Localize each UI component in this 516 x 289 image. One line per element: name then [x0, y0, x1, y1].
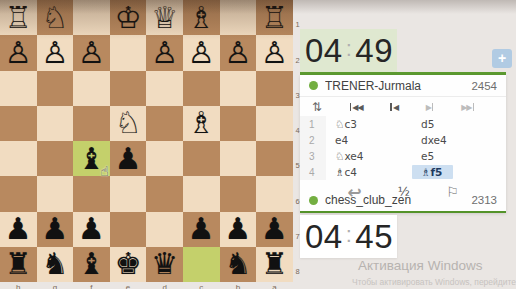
online-indicator: [309, 81, 318, 90]
move-black-2[interactable]: dxe4: [412, 134, 506, 146]
square-e8[interactable]: ♚: [110, 247, 147, 282]
piece-wP-g2[interactable]: ♙: [41, 38, 68, 68]
move-number: 1: [300, 116, 326, 132]
piece-bP-g7[interactable]: ♟: [41, 214, 68, 244]
square-e7[interactable]: [110, 212, 147, 247]
square-e1[interactable]: ♔: [110, 0, 147, 35]
bottom-player-name[interactable]: chess_club_zen: [325, 193, 471, 207]
bottom-player-rating: 2313: [471, 194, 497, 206]
piece-bP-b7[interactable]: ♟: [224, 214, 251, 244]
piece-bN-g8[interactable]: ♞: [41, 249, 68, 279]
move-black-4[interactable]: ♗f5: [412, 165, 453, 179]
clock-top-player: 04:49: [300, 29, 397, 72]
square-d2[interactable]: ♙: [146, 35, 183, 70]
square-c7[interactable]: ♟: [183, 212, 220, 247]
square-a7[interactable]: ♟: [256, 212, 293, 247]
square-f4[interactable]: [73, 106, 110, 141]
piece-bB-f8[interactable]: ♝: [78, 249, 105, 279]
top-player-name[interactable]: TRENER-Jurmala: [325, 79, 471, 93]
square-h2[interactable]: ♙: [0, 35, 37, 70]
add-time-button[interactable]: +: [492, 49, 512, 68]
piece-bR-a8[interactable]: ♜: [261, 249, 288, 279]
square-f7[interactable]: ♟: [73, 212, 110, 247]
piece-wR-a1[interactable]: ♖: [261, 3, 288, 33]
file-labels: hgfedcba: [0, 283, 293, 289]
piece-wP-c2[interactable]: ♙: [188, 38, 215, 68]
piece-wP-d2[interactable]: ♙: [151, 38, 178, 68]
file-label-h: h: [0, 283, 37, 289]
square-a8[interactable]: ♜: [256, 247, 293, 282]
square-g5[interactable]: [37, 141, 74, 176]
piece-bR-h8[interactable]: ♜: [5, 249, 32, 279]
bottom-player-row: chess_club_zen 2313: [300, 189, 506, 211]
square-h3[interactable]: [0, 71, 37, 106]
square-g8[interactable]: ♞: [37, 247, 74, 282]
piece-wK-e1[interactable]: ♔: [115, 3, 142, 33]
top-player-row: TRENER-Jurmala 2454: [300, 75, 506, 97]
square-d7[interactable]: [146, 212, 183, 247]
move-row-1: 1♘c3d5: [300, 116, 506, 132]
square-f6[interactable]: [73, 176, 110, 211]
square-e4[interactable]: ♘: [110, 106, 147, 141]
online-indicator: [309, 196, 318, 205]
square-f1[interactable]: [73, 0, 110, 35]
square-d3[interactable]: [146, 71, 183, 106]
move-row-2: 2e4dxe4: [300, 132, 506, 148]
piece-bN-b8[interactable]: ♞: [224, 249, 251, 279]
square-d4[interactable]: [146, 106, 183, 141]
square-b5[interactable]: [220, 141, 257, 176]
chess-app-window: ♖♘♔♕♗♖♙♙♙♙♙♙♙♘♗♝☝♟♟♟♟♟♟♟♜♞♝♚♛♞♜ 12345678…: [0, 0, 516, 289]
file-label-f: f: [73, 283, 110, 289]
move-black-3[interactable]: e5: [412, 150, 506, 162]
square-g7[interactable]: ♟: [37, 212, 74, 247]
piece-wB-c4[interactable]: ♗: [188, 108, 215, 138]
piece-wQ-d1[interactable]: ♕: [151, 3, 178, 33]
file-label-c: c: [183, 283, 220, 289]
piece-bP-f7[interactable]: ♟: [78, 214, 105, 244]
square-h5[interactable]: [0, 141, 37, 176]
next-move-icon[interactable]: ▶: [426, 103, 434, 112]
square-e6[interactable]: [110, 176, 147, 211]
file-label-d: d: [146, 283, 183, 289]
square-b1[interactable]: [220, 0, 257, 35]
piece-wP-h2[interactable]: ♙: [5, 38, 32, 68]
square-g3[interactable]: [37, 71, 74, 106]
piece-wP-a2[interactable]: ♙: [261, 38, 288, 68]
piece-bP-a7[interactable]: ♟: [261, 214, 288, 244]
piece-bP-e5[interactable]: ♟: [115, 144, 142, 174]
move-white-2[interactable]: e4: [326, 134, 412, 146]
square-g4[interactable]: [37, 106, 74, 141]
square-g6[interactable]: [37, 176, 74, 211]
first-move-icon[interactable]: ◀◀: [350, 103, 363, 112]
board-grid: ♖♘♔♕♗♖♙♙♙♙♙♙♙♘♗♝☝♟♟♟♟♟♟♟♜♞♝♚♛♞♜: [0, 0, 293, 282]
square-h1[interactable]: ♖: [0, 0, 37, 35]
square-c4[interactable]: ♗: [183, 106, 220, 141]
piece-wN-e4[interactable]: ♘: [115, 108, 142, 138]
file-label-a: a: [256, 283, 293, 289]
square-c8[interactable]: [183, 247, 220, 282]
piece-wP-b2[interactable]: ♙: [224, 38, 251, 68]
chess-board: ♖♘♔♕♗♖♙♙♙♙♙♙♙♘♗♝☝♟♟♟♟♟♟♟♜♞♝♚♛♞♜ 12345678…: [0, 0, 300, 289]
piece-bP-h7[interactable]: ♟: [5, 214, 32, 244]
piece-bK-e8[interactable]: ♚: [115, 249, 142, 279]
piece-wP-f2[interactable]: ♙: [78, 38, 105, 68]
piece-wN-g1[interactable]: ♘: [41, 3, 68, 33]
piece-bQ-d8[interactable]: ♛: [151, 249, 178, 279]
square-b6[interactable]: [220, 176, 257, 211]
square-a3[interactable]: [256, 71, 293, 106]
piece-bP-c7[interactable]: ♟: [188, 214, 215, 244]
file-label-g: g: [37, 283, 74, 289]
previous-move-icon[interactable]: ◀: [390, 103, 398, 112]
square-a1[interactable]: ♖: [256, 0, 293, 35]
square-g1[interactable]: ♘: [37, 0, 74, 35]
square-f3[interactable]: [73, 71, 110, 106]
move-row-3: 3♘xe4e5: [300, 148, 506, 164]
square-b3[interactable]: [220, 71, 257, 106]
game-panel: TRENER-Jurmala 2454 ⇅ ◀◀ ◀ ▶ ▶▶ 1♘c3d52e…: [300, 75, 506, 213]
flip-board-icon[interactable]: ⇅: [312, 100, 322, 114]
square-a6[interactable]: [256, 176, 293, 211]
square-g2[interactable]: ♙: [37, 35, 74, 70]
file-label-b: b: [220, 283, 257, 289]
square-c5[interactable]: [183, 141, 220, 176]
square-h8[interactable]: ♜: [0, 247, 37, 282]
square-b8[interactable]: ♞: [220, 247, 257, 282]
move-row-4: 4♗c4♗f5: [300, 164, 506, 180]
square-a4[interactable]: [256, 106, 293, 141]
square-c3[interactable]: [183, 71, 220, 106]
square-d8[interactable]: ♛: [146, 247, 183, 282]
windows-activation-watermark: Активация Windows: [358, 258, 482, 273]
move-white-3[interactable]: ♘xe4: [326, 150, 412, 162]
move-number: 4: [300, 164, 326, 180]
piece-wR-h1[interactable]: ♖: [5, 3, 32, 33]
square-f5[interactable]: ♝☝: [73, 141, 110, 176]
square-e3[interactable]: [110, 71, 147, 106]
move-white-4[interactable]: ♗c4: [326, 166, 412, 178]
square-d1[interactable]: ♕: [146, 0, 183, 35]
move-number: 2: [300, 132, 326, 148]
square-e2[interactable]: [110, 35, 147, 70]
square-d5[interactable]: [146, 141, 183, 176]
square-f8[interactable]: ♝: [73, 247, 110, 282]
square-b7[interactable]: ♟: [220, 212, 257, 247]
piece-wB-c1[interactable]: ♗: [188, 3, 215, 33]
square-c6[interactable]: [183, 176, 220, 211]
square-h6[interactable]: [0, 176, 37, 211]
move-white-1[interactable]: ♘c3: [326, 118, 412, 130]
mouse-cursor-icon: ☝: [100, 163, 109, 179]
clock-bottom-player: 04:45: [300, 215, 397, 258]
square-a2[interactable]: ♙: [256, 35, 293, 70]
windows-activation-watermark-subtext: Чтобы активировать Windows, перейдите в …: [352, 277, 516, 287]
square-b2[interactable]: ♙: [220, 35, 257, 70]
square-h4[interactable]: [0, 106, 37, 141]
move-black-1[interactable]: d5: [412, 118, 506, 130]
move-number: 3: [300, 148, 326, 164]
move-navigation: ⇅ ◀◀ ◀ ▶ ▶▶: [300, 97, 506, 115]
square-h7[interactable]: ♟: [0, 212, 37, 247]
square-e5[interactable]: ♟: [110, 141, 147, 176]
square-f2[interactable]: ♙: [73, 35, 110, 70]
move-list: 1♘c3d52e4dxe43♘xe4e54♗c4♗f5: [300, 116, 506, 180]
square-d6[interactable]: [146, 176, 183, 211]
top-player-rating: 2454: [471, 80, 497, 92]
last-move-icon[interactable]: ▶▶: [461, 103, 474, 112]
square-b4[interactable]: [220, 106, 257, 141]
square-a5[interactable]: [256, 141, 293, 176]
square-c2[interactable]: ♙: [183, 35, 220, 70]
file-label-e: e: [110, 283, 147, 289]
square-c1[interactable]: ♗: [183, 0, 220, 35]
